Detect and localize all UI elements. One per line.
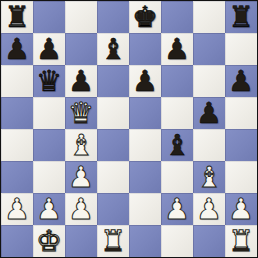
square-d8[interactable]	[97, 1, 129, 33]
black-rook: ♜	[1, 1, 33, 33]
square-d2[interactable]	[97, 193, 129, 225]
square-g4[interactable]	[193, 129, 225, 161]
square-b1[interactable]: ♚	[33, 225, 65, 257]
square-a6[interactable]	[1, 65, 33, 97]
black-pawn: ♟	[65, 65, 97, 97]
square-a5[interactable]	[1, 97, 33, 129]
white-king: ♚	[33, 225, 65, 257]
square-b2[interactable]: ♟	[33, 193, 65, 225]
square-g5[interactable]: ♟	[193, 97, 225, 129]
square-a4[interactable]	[1, 129, 33, 161]
square-g1[interactable]	[193, 225, 225, 257]
square-c1[interactable]	[65, 225, 97, 257]
square-h8[interactable]: ♜	[225, 1, 257, 33]
square-e5[interactable]	[129, 97, 161, 129]
white-bishop: ♝	[193, 161, 225, 193]
square-f2[interactable]: ♟	[161, 193, 193, 225]
white-bishop: ♝	[65, 129, 97, 161]
square-d7[interactable]: ♝	[97, 33, 129, 65]
square-f8[interactable]	[161, 1, 193, 33]
square-a1[interactable]	[1, 225, 33, 257]
square-h2[interactable]: ♟	[225, 193, 257, 225]
square-a7[interactable]: ♟	[1, 33, 33, 65]
white-queen: ♛	[65, 97, 97, 129]
black-pawn: ♟	[129, 65, 161, 97]
square-b7[interactable]: ♟	[33, 33, 65, 65]
square-b4[interactable]	[33, 129, 65, 161]
square-f1[interactable]	[161, 225, 193, 257]
white-rook: ♜	[97, 225, 129, 257]
square-f3[interactable]	[161, 161, 193, 193]
white-pawn: ♟	[161, 193, 193, 225]
square-f7[interactable]: ♟	[161, 33, 193, 65]
square-f5[interactable]	[161, 97, 193, 129]
black-pawn: ♟	[161, 33, 193, 65]
square-f4[interactable]: ♝	[161, 129, 193, 161]
square-c4[interactable]: ♝	[65, 129, 97, 161]
chess-board: ♜♚♜♟♟♝♟♛♟♟♟♛♟♝♝♟♝♟♟♟♟♟♟♚♜♜	[1, 1, 257, 257]
chess-board-frame: ♜♚♜♟♟♝♟♛♟♟♟♛♟♝♝♟♝♟♟♟♟♟♟♚♜♜	[0, 0, 258, 258]
square-e7[interactable]	[129, 33, 161, 65]
square-c5[interactable]: ♛	[65, 97, 97, 129]
square-e8[interactable]: ♚	[129, 1, 161, 33]
square-g7[interactable]	[193, 33, 225, 65]
black-bishop: ♝	[97, 33, 129, 65]
black-rook: ♜	[225, 1, 257, 33]
white-pawn: ♟	[1, 193, 33, 225]
square-e4[interactable]	[129, 129, 161, 161]
black-king: ♚	[129, 1, 161, 33]
square-b5[interactable]	[33, 97, 65, 129]
square-c3[interactable]: ♟	[65, 161, 97, 193]
white-rook: ♜	[225, 225, 257, 257]
square-c2[interactable]: ♟	[65, 193, 97, 225]
white-pawn: ♟	[33, 193, 65, 225]
square-b8[interactable]	[33, 1, 65, 33]
square-e1[interactable]	[129, 225, 161, 257]
square-h3[interactable]	[225, 161, 257, 193]
square-h6[interactable]: ♟	[225, 65, 257, 97]
black-queen: ♛	[33, 65, 65, 97]
square-g6[interactable]	[193, 65, 225, 97]
square-d1[interactable]: ♜	[97, 225, 129, 257]
black-pawn: ♟	[225, 65, 257, 97]
square-h7[interactable]	[225, 33, 257, 65]
square-g3[interactable]: ♝	[193, 161, 225, 193]
square-e2[interactable]	[129, 193, 161, 225]
square-d5[interactable]	[97, 97, 129, 129]
square-d4[interactable]	[97, 129, 129, 161]
square-h5[interactable]	[225, 97, 257, 129]
black-pawn: ♟	[1, 33, 33, 65]
square-b3[interactable]	[33, 161, 65, 193]
white-pawn: ♟	[225, 193, 257, 225]
square-d6[interactable]	[97, 65, 129, 97]
square-a8[interactable]: ♜	[1, 1, 33, 33]
square-c8[interactable]	[65, 1, 97, 33]
square-e6[interactable]: ♟	[129, 65, 161, 97]
square-g8[interactable]	[193, 1, 225, 33]
black-bishop: ♝	[161, 129, 193, 161]
square-c7[interactable]	[65, 33, 97, 65]
white-pawn: ♟	[65, 193, 97, 225]
square-a3[interactable]	[1, 161, 33, 193]
white-pawn: ♟	[65, 161, 97, 193]
square-h4[interactable]	[225, 129, 257, 161]
black-pawn: ♟	[33, 33, 65, 65]
white-pawn: ♟	[193, 193, 225, 225]
square-g2[interactable]: ♟	[193, 193, 225, 225]
square-h1[interactable]: ♜	[225, 225, 257, 257]
square-c6[interactable]: ♟	[65, 65, 97, 97]
square-a2[interactable]: ♟	[1, 193, 33, 225]
square-b6[interactable]: ♛	[33, 65, 65, 97]
black-pawn: ♟	[193, 97, 225, 129]
square-d3[interactable]	[97, 161, 129, 193]
square-e3[interactable]	[129, 161, 161, 193]
square-f6[interactable]	[161, 65, 193, 97]
